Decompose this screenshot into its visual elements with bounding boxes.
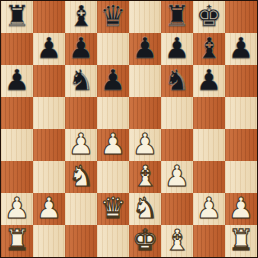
square-g5[interactable] [193,97,225,129]
square-d5[interactable] [97,97,129,129]
square-h3[interactable] [225,161,257,193]
piece-white-pawn-g2[interactable]: ♟ [196,194,222,223]
square-d8[interactable]: ♛ [97,1,129,33]
square-g1[interactable] [193,225,225,257]
square-d6[interactable]: ♟ [97,65,129,97]
piece-white-king-e1[interactable]: ♚ [132,226,158,255]
square-g7[interactable]: ♝ [193,33,225,65]
square-e2[interactable]: ♞ [129,193,161,225]
square-c5[interactable] [65,97,97,129]
piece-white-rook-h1[interactable]: ♜ [228,226,254,255]
square-c4[interactable]: ♟ [65,129,97,161]
square-f1[interactable]: ♝ [161,225,193,257]
piece-white-knight-c3[interactable]: ♞ [68,162,94,191]
square-c8[interactable]: ♝ [65,1,97,33]
square-a5[interactable] [1,97,33,129]
square-h8[interactable] [225,1,257,33]
square-e7[interactable]: ♟ [129,33,161,65]
piece-white-pawn-e4[interactable]: ♟ [132,130,158,159]
square-a6[interactable]: ♟ [1,65,33,97]
square-a8[interactable]: ♜ [1,1,33,33]
square-c2[interactable] [65,193,97,225]
piece-black-rook-f8[interactable]: ♜ [164,2,190,31]
square-a4[interactable] [1,129,33,161]
piece-white-bishop-f1[interactable]: ♝ [164,226,190,255]
piece-white-pawn-b2[interactable]: ♟ [36,194,62,223]
piece-black-bishop-g7[interactable]: ♝ [196,34,222,63]
piece-black-pawn-d6[interactable]: ♟ [100,66,126,95]
piece-black-knight-c6[interactable]: ♞ [68,66,94,95]
square-e5[interactable] [129,97,161,129]
piece-black-pawn-a6[interactable]: ♟ [4,66,30,95]
square-b1[interactable] [33,225,65,257]
piece-black-rook-a8[interactable]: ♜ [4,2,30,31]
square-f5[interactable] [161,97,193,129]
square-f3[interactable]: ♟ [161,161,193,193]
square-b5[interactable] [33,97,65,129]
square-g8[interactable]: ♚ [193,1,225,33]
square-e3[interactable]: ♝ [129,161,161,193]
chess-board: ♜♝♛♜♚♟♟♟♟♝♟♟♞♟♞♟♟♟♟♞♝♟♟♟♛♞♟♟♜♚♝♜ [0,0,258,258]
piece-white-pawn-a2[interactable]: ♟ [4,194,30,223]
square-b6[interactable] [33,65,65,97]
piece-black-queen-d8[interactable]: ♛ [100,2,126,31]
piece-white-rook-a1[interactable]: ♜ [4,226,30,255]
piece-white-knight-e2[interactable]: ♞ [132,194,158,223]
square-f6[interactable]: ♞ [161,65,193,97]
square-g6[interactable]: ♟ [193,65,225,97]
piece-black-pawn-g6[interactable]: ♟ [196,66,222,95]
piece-white-pawn-h2[interactable]: ♟ [228,194,254,223]
piece-white-pawn-d4[interactable]: ♟ [100,130,126,159]
square-a3[interactable] [1,161,33,193]
piece-white-pawn-f3[interactable]: ♟ [164,162,190,191]
square-e6[interactable] [129,65,161,97]
square-c6[interactable]: ♞ [65,65,97,97]
piece-black-pawn-f7[interactable]: ♟ [164,34,190,63]
square-e8[interactable] [129,1,161,33]
square-d3[interactable] [97,161,129,193]
square-d7[interactable] [97,33,129,65]
piece-black-pawn-e7[interactable]: ♟ [132,34,158,63]
square-h7[interactable]: ♟ [225,33,257,65]
square-b7[interactable]: ♟ [33,33,65,65]
piece-black-knight-f6[interactable]: ♞ [164,66,190,95]
square-h2[interactable]: ♟ [225,193,257,225]
square-h1[interactable]: ♜ [225,225,257,257]
square-b3[interactable] [33,161,65,193]
square-c1[interactable] [65,225,97,257]
piece-white-bishop-e3[interactable]: ♝ [132,162,158,191]
square-e4[interactable]: ♟ [129,129,161,161]
square-h6[interactable] [225,65,257,97]
square-e1[interactable]: ♚ [129,225,161,257]
square-f4[interactable] [161,129,193,161]
square-a1[interactable]: ♜ [1,225,33,257]
square-f7[interactable]: ♟ [161,33,193,65]
square-d4[interactable]: ♟ [97,129,129,161]
square-c7[interactable]: ♟ [65,33,97,65]
piece-black-king-g8[interactable]: ♚ [196,2,222,31]
square-f8[interactable]: ♜ [161,1,193,33]
piece-white-queen-d2[interactable]: ♛ [100,194,126,223]
square-f2[interactable] [161,193,193,225]
square-d1[interactable] [97,225,129,257]
piece-white-pawn-c4[interactable]: ♟ [68,130,94,159]
piece-black-bishop-c8[interactable]: ♝ [68,2,94,31]
square-b2[interactable]: ♟ [33,193,65,225]
piece-black-pawn-b7[interactable]: ♟ [36,34,62,63]
square-h4[interactable] [225,129,257,161]
square-a7[interactable] [1,33,33,65]
square-c3[interactable]: ♞ [65,161,97,193]
square-g4[interactable] [193,129,225,161]
square-b8[interactable] [33,1,65,33]
square-h5[interactable] [225,97,257,129]
square-g2[interactable]: ♟ [193,193,225,225]
piece-black-pawn-c7[interactable]: ♟ [68,34,94,63]
piece-black-pawn-h7[interactable]: ♟ [228,34,254,63]
square-d2[interactable]: ♛ [97,193,129,225]
square-g3[interactable] [193,161,225,193]
square-b4[interactable] [33,129,65,161]
square-a2[interactable]: ♟ [1,193,33,225]
